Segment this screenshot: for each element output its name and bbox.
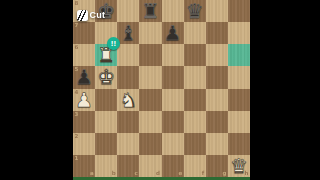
rank-label-6: 6 [75, 45, 79, 51]
file-label-e: e [178, 171, 182, 177]
piece-white-pawn: ♟ [75, 90, 93, 110]
capcut-logo-icon [77, 10, 88, 21]
piece-black-rook: ♜ [141, 1, 159, 21]
square-g5[interactable] [206, 66, 228, 88]
square-a4[interactable]: 4♟ [73, 89, 95, 111]
square-f2[interactable] [184, 133, 206, 155]
rank-label-8: 8 [75, 1, 79, 7]
capcut-watermark: Cut [77, 9, 105, 21]
square-h8[interactable] [228, 0, 250, 22]
square-h4[interactable] [228, 89, 250, 111]
square-e1[interactable]: e [162, 155, 184, 177]
piece-black-pawn: ♟ [75, 67, 93, 87]
square-a2[interactable]: 2 [73, 133, 95, 155]
square-g8[interactable] [206, 0, 228, 22]
square-f1[interactable]: f [184, 155, 206, 177]
square-f5[interactable] [184, 66, 206, 88]
video-frame: 8♚♜♛7♝♟6♜5♟♚4♟♞321abcdefgh♛ Cut !! [0, 0, 320, 180]
rank-label-3: 3 [75, 112, 79, 118]
capcut-watermark-text: Cut [90, 10, 106, 20]
square-b2[interactable] [95, 133, 117, 155]
piece-black-bishop: ♝ [119, 23, 137, 43]
square-a7[interactable]: 7 [73, 22, 95, 44]
square-a5[interactable]: 5♟ [73, 66, 95, 88]
square-e2[interactable] [162, 133, 184, 155]
square-d2[interactable] [139, 133, 161, 155]
square-g7[interactable] [206, 22, 228, 44]
chess-board: 8♚♜♛7♝♟6♜5♟♚4♟♞321abcdefgh♛ [73, 0, 250, 177]
brilliant-move-badge: !! [107, 37, 120, 50]
square-e3[interactable] [162, 111, 184, 133]
square-g4[interactable] [206, 89, 228, 111]
square-e6[interactable] [162, 44, 184, 66]
piece-white-knight: ♞ [119, 90, 137, 110]
square-a1[interactable]: 1a [73, 155, 95, 177]
square-h3[interactable] [228, 111, 250, 133]
file-label-a: a [90, 171, 94, 177]
file-label-f: f [202, 171, 204, 177]
square-h2[interactable] [228, 133, 250, 155]
square-f6[interactable] [184, 44, 206, 66]
square-e7[interactable]: ♟ [162, 22, 184, 44]
square-g6[interactable] [206, 44, 228, 66]
file-label-c: c [135, 171, 138, 177]
file-label-b: b [112, 171, 116, 177]
square-d6[interactable] [139, 44, 161, 66]
square-f8[interactable]: ♛ [184, 0, 206, 22]
square-c3[interactable] [117, 111, 139, 133]
square-e8[interactable] [162, 0, 184, 22]
square-d5[interactable] [139, 66, 161, 88]
rank-label-2: 2 [75, 134, 79, 140]
file-label-g: g [222, 171, 226, 177]
square-c2[interactable] [117, 133, 139, 155]
board-bottom-edge [73, 177, 250, 180]
square-h6[interactable] [228, 44, 250, 66]
square-h7[interactable] [228, 22, 250, 44]
square-b4[interactable] [95, 89, 117, 111]
square-c7[interactable]: ♝ [117, 22, 139, 44]
square-a3[interactable]: 3 [73, 111, 95, 133]
piece-white-king: ♚ [97, 67, 115, 87]
square-c8[interactable] [117, 0, 139, 22]
square-c1[interactable]: c [117, 155, 139, 177]
letterbox-left [0, 0, 73, 180]
square-d4[interactable] [139, 89, 161, 111]
square-d8[interactable]: ♜ [139, 0, 161, 22]
letterbox-right [250, 0, 320, 180]
square-g2[interactable] [206, 133, 228, 155]
file-label-d: d [156, 171, 160, 177]
square-h5[interactable] [228, 66, 250, 88]
piece-black-pawn: ♟ [164, 23, 182, 43]
square-c4[interactable]: ♞ [117, 89, 139, 111]
piece-black-queen: ♛ [186, 1, 204, 21]
square-h1[interactable]: h♛ [228, 155, 250, 177]
square-d3[interactable] [139, 111, 161, 133]
square-b1[interactable]: b [95, 155, 117, 177]
square-e4[interactable] [162, 89, 184, 111]
rank-label-7: 7 [75, 23, 79, 29]
square-c5[interactable] [117, 66, 139, 88]
square-d1[interactable]: d [139, 155, 161, 177]
square-c6[interactable] [117, 44, 139, 66]
square-a6[interactable]: 6 [73, 44, 95, 66]
square-g1[interactable]: g [206, 155, 228, 177]
square-b5[interactable]: ♚ [95, 66, 117, 88]
square-g3[interactable] [206, 111, 228, 133]
square-b3[interactable] [95, 111, 117, 133]
square-d7[interactable] [139, 22, 161, 44]
square-f7[interactable] [184, 22, 206, 44]
square-e5[interactable] [162, 66, 184, 88]
piece-white-queen: ♛ [230, 156, 248, 176]
square-f4[interactable] [184, 89, 206, 111]
square-f3[interactable] [184, 111, 206, 133]
rank-label-1: 1 [75, 156, 79, 162]
